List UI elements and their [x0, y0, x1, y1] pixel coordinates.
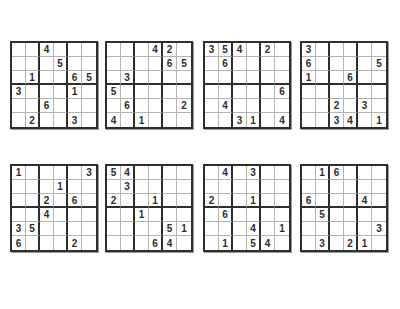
cell-r1c4[interactable]: [344, 166, 358, 180]
cell-r4c1[interactable]: [302, 208, 316, 222]
cell-r3c6[interactable]: [275, 194, 289, 208]
cell-r2c2: 6: [219, 57, 233, 71]
cell-r2c1[interactable]: [107, 180, 121, 194]
cell-r6c2[interactable]: [26, 236, 40, 250]
cell-r5c5[interactable]: [261, 99, 275, 113]
sudoku-board-2: 4265356241: [105, 41, 193, 129]
cell-r2c2[interactable]: [316, 57, 330, 71]
cell-r5c6: 2: [177, 99, 191, 113]
cell-r1c4[interactable]: [344, 43, 358, 57]
cell-r2c1: 6: [302, 57, 316, 71]
cell-r2c5[interactable]: [261, 57, 275, 71]
cell-r2c5[interactable]: [358, 57, 372, 71]
cell-r1c5: 2: [163, 43, 177, 57]
cell-r1c2: 5: [219, 43, 233, 57]
cell-r5c1[interactable]: [302, 222, 316, 236]
cell-r5c1[interactable]: [302, 99, 316, 113]
sudoku-board-3: 3542664314: [203, 41, 291, 129]
cell-r4c1[interactable]: [107, 208, 121, 222]
cell-r3c4[interactable]: [149, 71, 163, 85]
cell-r5c5[interactable]: [68, 99, 82, 113]
cell-r6c5: 3: [68, 113, 82, 127]
cell-r5c5[interactable]: [163, 99, 177, 113]
cell-r4c1: 3: [12, 85, 26, 99]
cell-r5c4[interactable]: [54, 99, 68, 113]
cell-r5c4[interactable]: [149, 99, 163, 113]
cell-r3c3[interactable]: [233, 194, 247, 208]
cell-r1c3[interactable]: [135, 166, 149, 180]
cell-r6c6[interactable]: [82, 113, 96, 127]
cell-r1c1: 1: [12, 166, 26, 180]
cell-r4c2[interactable]: [26, 85, 40, 99]
cell-r3c6: 5: [82, 71, 96, 85]
cell-r3c4[interactable]: [54, 194, 68, 208]
cell-r6c4[interactable]: [149, 113, 163, 127]
cell-r3c4: 1: [149, 194, 163, 208]
cell-r3c5[interactable]: [261, 194, 275, 208]
cell-r6c5: 1: [358, 236, 372, 250]
cell-r2c3[interactable]: [135, 180, 149, 194]
cell-r3c5[interactable]: [163, 71, 177, 85]
cell-r6c6[interactable]: [82, 236, 96, 250]
cell-r2c4: 1: [54, 180, 68, 194]
cell-r3c3[interactable]: [40, 71, 54, 85]
cell-r5c2[interactable]: [219, 222, 233, 236]
cell-r4c3: 4: [40, 208, 54, 222]
cell-r1c5[interactable]: [358, 43, 372, 57]
cell-r6c6[interactable]: [275, 236, 289, 250]
cell-r4c6[interactable]: [82, 208, 96, 222]
cell-r5c3[interactable]: [233, 99, 247, 113]
cell-r2c6: 5: [372, 57, 386, 71]
cell-r5c1[interactable]: [107, 99, 121, 113]
cell-r6c5[interactable]: [261, 113, 275, 127]
cell-r3c2[interactable]: [219, 194, 233, 208]
cell-r5c6[interactable]: [372, 99, 386, 113]
cell-r3c3[interactable]: [330, 71, 344, 85]
cell-r5c6: 1: [275, 222, 289, 236]
cell-r3c1[interactable]: [12, 71, 26, 85]
cell-r3c1[interactable]: [12, 194, 26, 208]
cell-r6c2: 3: [316, 236, 330, 250]
cell-r6c4[interactable]: [54, 236, 68, 250]
cell-r1c1: 3: [302, 43, 316, 57]
cell-r2c1[interactable]: [12, 57, 26, 71]
cell-r1c5[interactable]: [68, 166, 82, 180]
cell-r4c5[interactable]: [261, 85, 275, 99]
cell-r1c4[interactable]: [149, 166, 163, 180]
cell-r5c3: 6: [40, 99, 54, 113]
cell-r4c1: 5: [107, 85, 121, 99]
cell-r2c6[interactable]: [275, 57, 289, 71]
cell-r6c1: 6: [12, 236, 26, 250]
cell-r6c5[interactable]: [163, 113, 177, 127]
cell-r4c4[interactable]: [149, 208, 163, 222]
cell-r1c4: 3: [247, 166, 261, 180]
sudoku-sheet: 4516531623 4265356241 3542664314 3651623…: [0, 0, 400, 309]
cell-r1c4: 4: [149, 43, 163, 57]
cell-r4c4[interactable]: [247, 208, 261, 222]
cell-r2c5[interactable]: [68, 57, 82, 71]
cell-r6c4[interactable]: [54, 113, 68, 127]
cell-r3c3[interactable]: [135, 71, 149, 85]
cell-r6c3[interactable]: [233, 236, 247, 250]
cell-r2c4[interactable]: [247, 180, 261, 194]
cell-r5c3: 2: [330, 99, 344, 113]
cell-r3c6[interactable]: [177, 194, 191, 208]
cell-r1c6[interactable]: [372, 43, 386, 57]
cell-r4c3[interactable]: [135, 85, 149, 99]
cell-r4c1[interactable]: [302, 85, 316, 99]
cell-r2c3[interactable]: [330, 180, 344, 194]
cell-r6c1[interactable]: [107, 236, 121, 250]
sudoku-board-7: 4321641154: [203, 164, 291, 252]
cell-r1c5[interactable]: [261, 166, 275, 180]
cell-r1c5[interactable]: [163, 166, 177, 180]
cell-r3c4: 1: [247, 194, 261, 208]
cell-r5c1: 3: [12, 222, 26, 236]
cell-r5c4[interactable]: [149, 222, 163, 236]
cell-r6c3: 3: [330, 113, 344, 127]
cell-r3c2[interactable]: [219, 71, 233, 85]
cell-r3c5: 6: [68, 194, 82, 208]
cell-r2c3[interactable]: [233, 57, 247, 71]
cell-r4c4[interactable]: [149, 85, 163, 99]
cell-r4c6: 6: [275, 85, 289, 99]
cell-r4c5[interactable]: [261, 208, 275, 222]
cell-r2c3[interactable]: [330, 57, 344, 71]
cell-r2c3[interactable]: [40, 180, 54, 194]
cell-r3c1: 6: [302, 194, 316, 208]
cell-r4c6[interactable]: [177, 85, 191, 99]
cell-r4c5: 1: [68, 85, 82, 99]
cell-r3c1[interactable]: [205, 71, 219, 85]
cell-r3c2: 1: [26, 71, 40, 85]
cell-r2c5: 6: [163, 57, 177, 71]
cell-r3c2[interactable]: [121, 194, 135, 208]
cell-r6c5: 4: [261, 236, 275, 250]
cell-r5c2[interactable]: [121, 222, 135, 236]
sudoku-board-4: 3651623341: [300, 41, 388, 129]
cell-r1c1[interactable]: [107, 43, 121, 57]
cell-r6c3: 1: [135, 113, 149, 127]
cell-r2c4[interactable]: [344, 180, 358, 194]
cell-r4c3[interactable]: [233, 85, 247, 99]
cell-r4c3[interactable]: [330, 208, 344, 222]
sudoku-board-6: 5432115164: [105, 164, 193, 252]
cell-r4c3: 1: [135, 208, 149, 222]
cell-r5c5[interactable]: [358, 222, 372, 236]
cell-r5c5: 5: [163, 222, 177, 236]
cell-r5c3[interactable]: [135, 99, 149, 113]
cell-r1c1: 3: [205, 43, 219, 57]
cell-r3c6[interactable]: [275, 71, 289, 85]
cell-r5c2: 5: [26, 222, 40, 236]
cell-r2c2[interactable]: [26, 180, 40, 194]
cell-r5c6: 3: [372, 222, 386, 236]
cell-r3c2[interactable]: [316, 71, 330, 85]
cell-r4c1[interactable]: [205, 208, 219, 222]
cell-r5c3[interactable]: [40, 222, 54, 236]
cell-r1c3: 6: [330, 166, 344, 180]
cell-r2c1[interactable]: [107, 57, 121, 71]
cell-r3c4[interactable]: [344, 194, 358, 208]
cell-r4c5[interactable]: [358, 85, 372, 99]
cell-r1c5[interactable]: [358, 166, 372, 180]
cell-r6c4: 4: [344, 113, 358, 127]
cell-r5c1[interactable]: [12, 99, 26, 113]
cell-r1c5: 2: [261, 43, 275, 57]
cell-r6c4: 6: [149, 236, 163, 250]
cell-r6c3: 3: [233, 113, 247, 127]
cell-r3c5[interactable]: [163, 194, 177, 208]
cell-r1c1[interactable]: [302, 166, 316, 180]
cell-r4c4[interactable]: [344, 85, 358, 99]
cell-r3c5[interactable]: [261, 71, 275, 85]
cell-r2c5[interactable]: [163, 180, 177, 194]
cell-r5c6: 1: [177, 222, 191, 236]
cell-r6c6: 1: [372, 113, 386, 127]
cell-r1c2: 4: [121, 166, 135, 180]
cell-r4c5[interactable]: [358, 208, 372, 222]
cell-r4c4[interactable]: [344, 208, 358, 222]
cell-r3c2: 3: [121, 71, 135, 85]
cell-r5c1[interactable]: [205, 99, 219, 113]
cell-r2c4[interactable]: [247, 57, 261, 71]
cell-r2c5[interactable]: [358, 180, 372, 194]
cell-r4c3[interactable]: [330, 85, 344, 99]
cell-r1c1[interactable]: [205, 166, 219, 180]
cell-r3c6[interactable]: [372, 71, 386, 85]
cell-r2c6[interactable]: [82, 57, 96, 71]
cell-r6c5[interactable]: [358, 113, 372, 127]
cell-r4c6[interactable]: [275, 208, 289, 222]
cell-r5c6[interactable]: [82, 222, 96, 236]
cell-r4c6[interactable]: [372, 85, 386, 99]
cell-r3c6[interactable]: [177, 71, 191, 85]
cell-r3c4[interactable]: [247, 71, 261, 85]
cell-r2c5[interactable]: [68, 180, 82, 194]
sudoku-board-5: 1312643562: [10, 164, 98, 252]
cell-r4c4[interactable]: [54, 208, 68, 222]
cell-r1c6: 3: [82, 166, 96, 180]
cell-r6c4: 1: [247, 113, 261, 127]
cell-r5c4[interactable]: [344, 99, 358, 113]
cell-r6c1[interactable]: [205, 113, 219, 127]
cell-r5c2[interactable]: [316, 222, 330, 236]
cell-r4c4[interactable]: [247, 85, 261, 99]
cell-r3c1: 2: [107, 194, 121, 208]
cell-r5c2[interactable]: [26, 99, 40, 113]
cell-r5c5[interactable]: [68, 222, 82, 236]
cell-r4c3[interactable]: [40, 85, 54, 99]
cell-r5c4[interactable]: [344, 222, 358, 236]
cell-r5c5: 3: [358, 99, 372, 113]
cell-r6c3[interactable]: [40, 113, 54, 127]
cell-r1c1: 5: [107, 166, 121, 180]
cell-r2c4[interactable]: [149, 57, 163, 71]
cell-r2c2: 3: [121, 180, 135, 194]
cell-r2c1[interactable]: [12, 180, 26, 194]
cell-r6c1[interactable]: [12, 113, 26, 127]
cell-r6c2[interactable]: [219, 113, 233, 127]
cell-r6c4: 2: [344, 236, 358, 250]
cell-r6c4: 5: [247, 236, 261, 250]
cell-r1c6[interactable]: [177, 43, 191, 57]
cell-r4c4[interactable]: [54, 85, 68, 99]
cell-r6c6[interactable]: [177, 113, 191, 127]
cell-r4c2[interactable]: [121, 208, 135, 222]
cell-r1c2: 1: [316, 166, 330, 180]
cell-r3c3[interactable]: [135, 194, 149, 208]
cell-r4c2: 6: [219, 208, 233, 222]
cell-r6c6[interactable]: [177, 236, 191, 250]
cell-r2c1[interactable]: [302, 180, 316, 194]
cell-r3c2[interactable]: [316, 194, 330, 208]
cell-r6c3[interactable]: [40, 236, 54, 250]
cell-r2c3[interactable]: [40, 57, 54, 71]
cell-r1c2[interactable]: [316, 43, 330, 57]
cell-r3c5: 6: [68, 71, 82, 85]
cell-r4c3[interactable]: [233, 208, 247, 222]
cell-r6c3[interactable]: [135, 236, 149, 250]
cell-r3c6[interactable]: [82, 194, 96, 208]
cell-r5c3[interactable]: [330, 222, 344, 236]
cell-r5c4[interactable]: [54, 222, 68, 236]
cell-r1c6[interactable]: [372, 166, 386, 180]
cell-r2c6: 5: [177, 57, 191, 71]
cell-r1c2[interactable]: [121, 43, 135, 57]
cell-r6c1: 4: [107, 113, 121, 127]
cell-r3c5[interactable]: [358, 71, 372, 85]
cell-r2c2[interactable]: [316, 180, 330, 194]
cell-r1c3[interactable]: [40, 166, 54, 180]
cell-r4c2[interactable]: [316, 85, 330, 99]
cell-r5c4: 4: [247, 222, 261, 236]
cell-r5c1[interactable]: [107, 222, 121, 236]
cell-r4c2: 5: [316, 208, 330, 222]
cell-r2c6[interactable]: [372, 180, 386, 194]
cell-r3c3[interactable]: [233, 71, 247, 85]
cell-r2c3[interactable]: [233, 180, 247, 194]
cell-r6c2[interactable]: [121, 236, 135, 250]
cell-r3c3: 2: [40, 194, 54, 208]
cell-r6c1[interactable]: [205, 236, 219, 250]
cell-r5c5[interactable]: [261, 222, 275, 236]
cell-r2c1[interactable]: [205, 57, 219, 71]
cell-r2c4: 5: [54, 57, 68, 71]
cell-r5c2[interactable]: [316, 99, 330, 113]
cell-r6c2: 2: [26, 113, 40, 127]
cell-r5c1[interactable]: [205, 222, 219, 236]
cell-r1c6[interactable]: [275, 166, 289, 180]
cell-r4c1[interactable]: [205, 85, 219, 99]
cell-r4c5[interactable]: [163, 85, 177, 99]
cell-r6c5: 4: [163, 236, 177, 250]
cell-r6c1[interactable]: [302, 113, 316, 127]
cell-r1c4[interactable]: [247, 43, 261, 57]
cell-r6c2[interactable]: [121, 113, 135, 127]
cell-r2c6[interactable]: [82, 180, 96, 194]
cell-r1c6[interactable]: [177, 166, 191, 180]
cell-r2c1[interactable]: [205, 180, 219, 194]
cell-r4c2[interactable]: [26, 208, 40, 222]
cell-r5c3[interactable]: [135, 222, 149, 236]
cell-r4c6[interactable]: [372, 208, 386, 222]
cell-r2c4[interactable]: [344, 57, 358, 71]
cell-r6c3[interactable]: [330, 236, 344, 250]
cell-r1c6[interactable]: [275, 43, 289, 57]
cell-r6c2[interactable]: [316, 113, 330, 127]
cell-r3c1: 1: [302, 71, 316, 85]
cell-r4c5[interactable]: [163, 208, 177, 222]
cell-r6c5: 2: [68, 236, 82, 250]
cell-r2c6[interactable]: [177, 180, 191, 194]
cell-r3c4[interactable]: [54, 71, 68, 85]
cell-r5c6[interactable]: [82, 99, 96, 113]
cell-r1c3: 4: [40, 43, 54, 57]
cell-r4c1[interactable]: [12, 208, 26, 222]
cell-r1c2[interactable]: [26, 166, 40, 180]
cell-r3c6[interactable]: [372, 194, 386, 208]
cell-r2c3[interactable]: [135, 57, 149, 71]
cell-r2c2[interactable]: [219, 180, 233, 194]
cell-r2c4[interactable]: [149, 180, 163, 194]
cell-r2c6[interactable]: [275, 180, 289, 194]
cell-r6c2: 1: [219, 236, 233, 250]
sudoku-board-8: 166453321: [300, 164, 388, 252]
cell-r3c5: 4: [358, 194, 372, 208]
cell-r5c2: 4: [219, 99, 233, 113]
cell-r2c2[interactable]: [26, 57, 40, 71]
cell-r4c6[interactable]: [177, 208, 191, 222]
cell-r2c5[interactable]: [261, 180, 275, 194]
cell-r3c1[interactable]: [107, 71, 121, 85]
cell-r6c1[interactable]: [302, 236, 316, 250]
cell-r3c4: 6: [344, 71, 358, 85]
cell-r2c2[interactable]: [121, 57, 135, 71]
cell-r1c1[interactable]: [12, 43, 26, 57]
cell-r1c5[interactable]: [68, 43, 82, 57]
cell-r5c2: 6: [121, 99, 135, 113]
cell-r4c2[interactable]: [219, 85, 233, 99]
cell-r1c4[interactable]: [54, 166, 68, 180]
cell-r6c6[interactable]: [372, 236, 386, 250]
cell-r6c6: 4: [275, 113, 289, 127]
cell-r4c6[interactable]: [82, 85, 96, 99]
cell-r1c4[interactable]: [54, 43, 68, 57]
cell-r1c3: 4: [233, 43, 247, 57]
cell-r1c3[interactable]: [233, 166, 247, 180]
cell-r1c3[interactable]: [330, 43, 344, 57]
cell-r3c2[interactable]: [26, 194, 40, 208]
cell-r5c6[interactable]: [275, 99, 289, 113]
sudoku-board-1: 4516531623: [10, 41, 98, 129]
cell-r4c2[interactable]: [121, 85, 135, 99]
cell-r3c1: 2: [205, 194, 219, 208]
cell-r3c3[interactable]: [330, 194, 344, 208]
cell-r4c5[interactable]: [68, 208, 82, 222]
cell-r1c3[interactable]: [135, 43, 149, 57]
cell-r1c6[interactable]: [82, 43, 96, 57]
cell-r1c2: 4: [219, 166, 233, 180]
cell-r5c4[interactable]: [247, 99, 261, 113]
cell-r1c2[interactable]: [26, 43, 40, 57]
cell-r5c3[interactable]: [233, 222, 247, 236]
